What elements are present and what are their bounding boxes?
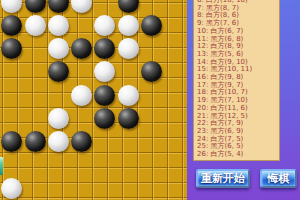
left-edge-marker xyxy=(0,157,3,175)
stone-black xyxy=(25,131,46,152)
stone-white xyxy=(118,15,139,36)
stone-black xyxy=(94,38,115,59)
stone-black xyxy=(1,38,22,59)
stone-black xyxy=(118,108,139,129)
stone-white xyxy=(94,15,115,36)
stone-black xyxy=(25,0,46,13)
restart-button[interactable]: 重新开始 xyxy=(196,169,250,188)
move-list[interactable]: 6: 白方(10, 10)7: 黑方(8, 7)8: 白方(8, 6)9: 黑方… xyxy=(193,0,280,161)
move-list-item: 26: 白方(5, 4) xyxy=(197,151,280,159)
stone-black xyxy=(1,15,22,36)
stone-white xyxy=(48,108,69,129)
stone-white xyxy=(71,0,92,13)
stone-black xyxy=(118,0,139,13)
stone-white xyxy=(48,15,69,36)
side-panel: 6: 白方(10, 10)7: 黑方(8, 7)8: 白方(8, 6)9: 黑方… xyxy=(187,0,300,200)
stone-black xyxy=(141,15,162,36)
stone-black xyxy=(94,108,115,129)
stone-white xyxy=(25,15,46,36)
stone-white xyxy=(118,38,139,59)
stone-black xyxy=(71,38,92,59)
stone-white xyxy=(1,178,22,199)
stone-black xyxy=(141,61,162,82)
move-list-lines: 6: 白方(10, 10)7: 黑方(8, 7)8: 白方(8, 6)9: 黑方… xyxy=(197,0,280,159)
stone-black xyxy=(48,0,69,13)
stone-black xyxy=(48,61,69,82)
game-board[interactable] xyxy=(0,0,187,200)
stone-white xyxy=(48,38,69,59)
gomoku-app: 6: 白方(10, 10)7: 黑方(8, 7)8: 白方(8, 6)9: 黑方… xyxy=(0,0,300,200)
stone-white xyxy=(71,85,92,106)
stone-white xyxy=(48,131,69,152)
stone-white xyxy=(1,0,22,13)
stone-white xyxy=(118,85,139,106)
undo-button[interactable]: 悔棋 xyxy=(260,169,297,188)
stone-black xyxy=(71,131,92,152)
stone-black xyxy=(94,85,115,106)
stone-white xyxy=(94,61,115,82)
stone-black xyxy=(1,131,22,152)
